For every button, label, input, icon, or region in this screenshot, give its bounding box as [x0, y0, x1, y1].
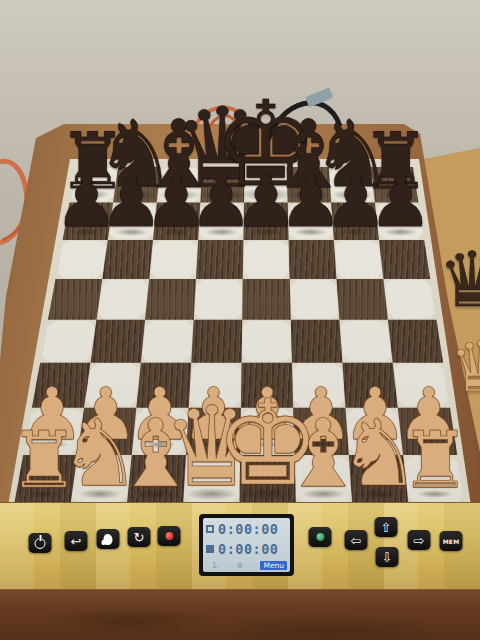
spare-white-queen[interactable]: ♛ [450, 332, 480, 402]
left-arrow-icon: ⇦ [351, 534, 362, 547]
undo-arrow-icon: ↩ [71, 535, 82, 548]
power-button[interactable] [29, 533, 52, 553]
power-icon [35, 538, 46, 549]
black-pawn-h7[interactable]: ♟ [368, 165, 433, 237]
record-red-button[interactable] [158, 526, 181, 546]
down-arrow-icon: ⇩ [382, 551, 393, 564]
right-arrow-icon: ⇨ [414, 534, 425, 547]
spare-black-queen[interactable]: ♛ [438, 242, 480, 318]
redo-button[interactable]: ↻ [128, 527, 151, 547]
ok-green-button[interactable] [309, 527, 332, 547]
white-time: 0:00:00 [218, 521, 278, 537]
evaluation-value: 0 [237, 561, 242, 570]
hint-icon [104, 534, 113, 545]
mem-button-label: MEM [443, 538, 460, 545]
move-number: 1. [206, 561, 219, 570]
white-clock-row: 0:00:00 [206, 520, 287, 537]
redo-arrow-icon: ↻ [134, 531, 145, 544]
white-rook-h1[interactable]: ♜ [400, 421, 470, 499]
hint-button[interactable] [97, 529, 120, 549]
black-clock-row: 0:00:00 [206, 540, 287, 557]
black-time: 0:00:00 [218, 541, 278, 557]
lcd-status-row: 1. 0 Menu [206, 560, 287, 570]
up-arrow-icon: ⇧ [381, 521, 392, 534]
white-indicator-icon [206, 525, 214, 533]
mem-button[interactable]: MEM [440, 531, 463, 551]
right-button[interactable]: ⇨ [408, 530, 431, 550]
red-dot-icon [165, 532, 173, 540]
down-button[interactable]: ⇩ [376, 547, 399, 567]
green-dot-icon [316, 533, 324, 541]
menu-softkey[interactable]: Menu [260, 561, 287, 570]
left-button[interactable]: ⇦ [345, 530, 368, 550]
lcd-display: 0:00:00 0:00:00 1. 0 Menu [199, 514, 294, 576]
takeback-button[interactable]: ↩ [65, 531, 88, 551]
up-button[interactable]: ⇧ [375, 517, 398, 537]
chess-computer-photo: ♜♞♝♛♚♝♞♜♟♟♟♟♟♟♟♟♟♟♟♟♟♟♟♟♜♞♝♛♚♝♞♜ ♛ ♛ ↩↻⇦… [0, 0, 480, 640]
black-indicator-icon [206, 545, 214, 553]
table-front-wood [0, 589, 480, 640]
